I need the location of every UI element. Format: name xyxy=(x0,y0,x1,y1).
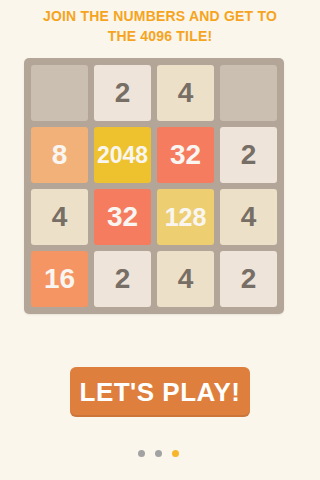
page-dot-active[interactable] xyxy=(172,450,179,457)
tile-2048: 2048 xyxy=(94,127,151,183)
page-indicator xyxy=(0,450,316,457)
tile-4: 4 xyxy=(220,189,277,245)
empty-cell xyxy=(220,65,277,121)
tile-16: 16 xyxy=(31,251,88,307)
tile-4: 4 xyxy=(31,189,88,245)
lets-play-button[interactable]: LET'S PLAY! xyxy=(70,367,250,417)
page-dot[interactable] xyxy=(138,450,145,457)
tile-2: 2 xyxy=(94,251,151,307)
page-title-line1: JOIN THE NUMBERS AND GET TO xyxy=(0,6,320,26)
tile-4: 4 xyxy=(157,251,214,307)
page-title: JOIN THE NUMBERS AND GET TO THE 4096 TIL… xyxy=(0,6,320,46)
tile-8: 8 xyxy=(31,127,88,183)
tile-2: 2 xyxy=(94,65,151,121)
tile-128: 128 xyxy=(157,189,214,245)
empty-cell xyxy=(31,65,88,121)
tile-2: 2 xyxy=(220,251,277,307)
board-2048[interactable]: 2482048322432128416242 xyxy=(24,58,284,314)
tile-2: 2 xyxy=(220,127,277,183)
tile-32: 32 xyxy=(157,127,214,183)
tile-4: 4 xyxy=(157,65,214,121)
tile-32: 32 xyxy=(94,189,151,245)
onboarding-screen: JOIN THE NUMBERS AND GET TO THE 4096 TIL… xyxy=(0,0,320,480)
page-title-line2: THE 4096 TILE! xyxy=(0,26,320,46)
page-dot[interactable] xyxy=(155,450,162,457)
